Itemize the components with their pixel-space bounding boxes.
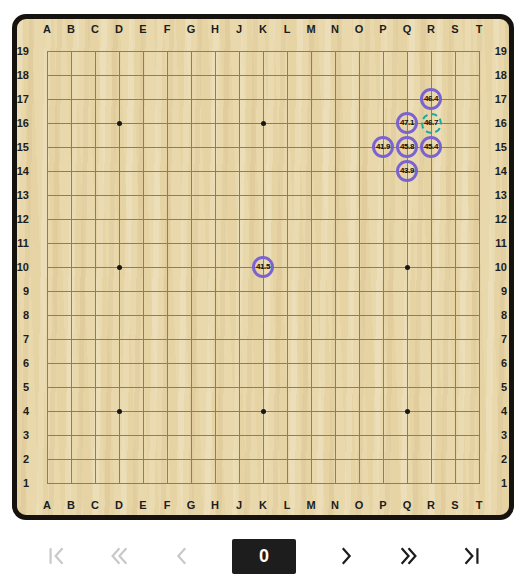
board-intersection[interactable] (323, 399, 347, 423)
board-intersection[interactable] (59, 375, 83, 399)
board-intersection[interactable] (467, 303, 491, 327)
board-intersection[interactable] (59, 159, 83, 183)
board-intersection[interactable] (203, 87, 227, 111)
board-intersection[interactable] (299, 255, 323, 279)
board-intersection[interactable] (443, 207, 467, 231)
board-intersection[interactable] (323, 327, 347, 351)
board-intersection[interactable] (203, 207, 227, 231)
board-intersection[interactable] (299, 471, 323, 495)
board-intersection[interactable] (275, 39, 299, 63)
board-intersection[interactable] (83, 183, 107, 207)
board-intersection[interactable] (467, 423, 491, 447)
board-intersection[interactable] (467, 447, 491, 471)
board-intersection[interactable] (251, 375, 275, 399)
board-intersection[interactable] (347, 303, 371, 327)
board-intersection[interactable] (179, 447, 203, 471)
board-intersection[interactable] (419, 399, 443, 423)
board-intersection[interactable] (419, 327, 443, 351)
board-intersection[interactable] (155, 207, 179, 231)
board-intersection[interactable] (323, 303, 347, 327)
step-back-button[interactable] (170, 544, 194, 568)
board-intersection[interactable] (203, 135, 227, 159)
board-intersection[interactable] (131, 183, 155, 207)
board-intersection[interactable] (155, 351, 179, 375)
board-intersection[interactable] (395, 63, 419, 87)
board-intersection[interactable] (83, 303, 107, 327)
board-intersection[interactable] (443, 183, 467, 207)
board-intersection[interactable] (443, 279, 467, 303)
board-intersection[interactable] (371, 303, 395, 327)
board-intersection[interactable] (395, 471, 419, 495)
board-intersection[interactable] (347, 351, 371, 375)
board-intersection[interactable] (83, 159, 107, 183)
board-intersection[interactable] (59, 135, 83, 159)
board-intersection[interactable] (155, 63, 179, 87)
board-intersection[interactable] (443, 471, 467, 495)
board-intersection[interactable] (227, 159, 251, 183)
board-intersection[interactable] (323, 351, 347, 375)
board-intersection[interactable] (347, 87, 371, 111)
board-intersection[interactable] (155, 183, 179, 207)
board-intersection[interactable] (443, 87, 467, 111)
board-intersection[interactable] (275, 447, 299, 471)
board-intersection[interactable] (299, 327, 323, 351)
board-intersection[interactable] (179, 471, 203, 495)
board-intersection[interactable] (347, 447, 371, 471)
board-intersection[interactable] (371, 375, 395, 399)
board-intersection[interactable] (59, 255, 83, 279)
board-intersection[interactable] (347, 423, 371, 447)
board-intersection[interactable] (179, 135, 203, 159)
board-intersection[interactable] (371, 231, 395, 255)
board-intersection[interactable] (323, 135, 347, 159)
board-intersection[interactable] (59, 111, 83, 135)
board-intersection[interactable] (227, 39, 251, 63)
board-intersection[interactable] (395, 303, 419, 327)
board-intersection[interactable] (179, 63, 203, 87)
board-intersection[interactable] (227, 63, 251, 87)
board-intersection[interactable] (35, 447, 59, 471)
board-intersection[interactable] (275, 351, 299, 375)
board-intersection[interactable] (131, 279, 155, 303)
board-intersection[interactable] (179, 399, 203, 423)
board-intersection[interactable] (83, 375, 107, 399)
board-intersection[interactable] (275, 399, 299, 423)
board-intersection[interactable] (251, 399, 275, 423)
board-intersection[interactable] (107, 231, 131, 255)
board-intersection[interactable] (371, 87, 395, 111)
board-intersection[interactable] (443, 447, 467, 471)
board-intersection[interactable] (323, 447, 347, 471)
board-intersection[interactable] (179, 231, 203, 255)
board-intersection[interactable] (299, 399, 323, 423)
board-intersection[interactable] (419, 39, 443, 63)
board-intersection[interactable] (323, 423, 347, 447)
board-intersection[interactable] (203, 327, 227, 351)
board-intersection[interactable] (467, 231, 491, 255)
board-intersection[interactable] (275, 471, 299, 495)
board-intersection[interactable] (179, 159, 203, 183)
board-intersection[interactable] (155, 399, 179, 423)
board-intersection[interactable] (299, 303, 323, 327)
board-intersection[interactable] (419, 447, 443, 471)
board-intersection[interactable] (155, 423, 179, 447)
board-intersection[interactable] (59, 39, 83, 63)
candidate-move[interactable]: 45.8 (396, 136, 418, 158)
board-intersection[interactable] (419, 351, 443, 375)
board-intersection[interactable] (203, 111, 227, 135)
board-intersection[interactable] (131, 255, 155, 279)
board-intersection[interactable] (275, 303, 299, 327)
board-intersection[interactable] (107, 327, 131, 351)
board-intersection[interactable] (467, 207, 491, 231)
board-intersection[interactable] (155, 231, 179, 255)
fast-forward-button[interactable] (397, 544, 421, 568)
board-intersection[interactable] (107, 63, 131, 87)
board-intersection[interactable] (83, 231, 107, 255)
board-intersection[interactable] (155, 327, 179, 351)
board-intersection[interactable] (443, 327, 467, 351)
board-intersection[interactable] (419, 255, 443, 279)
board-intersection[interactable] (35, 303, 59, 327)
board-intersection[interactable] (227, 135, 251, 159)
board-intersection[interactable] (299, 207, 323, 231)
board-intersection[interactable] (299, 39, 323, 63)
board-intersection[interactable] (203, 303, 227, 327)
board-intersection[interactable] (347, 471, 371, 495)
board-intersection[interactable] (395, 87, 419, 111)
board-intersection[interactable] (299, 159, 323, 183)
board-intersection[interactable] (83, 39, 107, 63)
board-intersection[interactable] (83, 279, 107, 303)
board-intersection[interactable] (59, 231, 83, 255)
board-intersection[interactable] (371, 255, 395, 279)
board-intersection[interactable] (107, 279, 131, 303)
board-intersection[interactable] (131, 303, 155, 327)
board-intersection[interactable] (323, 279, 347, 303)
board-intersection[interactable] (323, 111, 347, 135)
board-intersection[interactable] (131, 111, 155, 135)
board-intersection[interactable] (35, 471, 59, 495)
board-intersection[interactable] (275, 111, 299, 135)
board-intersection[interactable] (251, 423, 275, 447)
board-intersection[interactable] (395, 255, 419, 279)
board-intersection[interactable] (107, 423, 131, 447)
candidate-move[interactable]: 43.9 (396, 160, 418, 182)
board-intersection[interactable] (299, 135, 323, 159)
board-intersection[interactable] (203, 447, 227, 471)
board-intersection[interactable] (275, 159, 299, 183)
board-intersection[interactable] (323, 87, 347, 111)
board-intersection[interactable] (35, 183, 59, 207)
board-intersection[interactable] (155, 39, 179, 63)
candidate-move[interactable]: 47.1 (396, 112, 418, 134)
board-intersection[interactable] (131, 63, 155, 87)
board-intersection[interactable] (203, 231, 227, 255)
board-intersection[interactable] (371, 207, 395, 231)
board-intersection[interactable] (275, 255, 299, 279)
board-intersection[interactable] (35, 39, 59, 63)
board-intersection[interactable] (203, 183, 227, 207)
board-intersection[interactable] (419, 207, 443, 231)
board-intersection[interactable] (299, 375, 323, 399)
board-intersection[interactable] (275, 231, 299, 255)
board-intersection[interactable] (59, 207, 83, 231)
board-intersection[interactable] (443, 351, 467, 375)
board-intersection[interactable] (179, 39, 203, 63)
board-intersection[interactable] (59, 351, 83, 375)
board-intersection[interactable] (35, 135, 59, 159)
board-intersection[interactable] (203, 159, 227, 183)
board-intersection[interactable] (395, 399, 419, 423)
board-intersection[interactable] (347, 111, 371, 135)
board-intersection[interactable] (155, 471, 179, 495)
board-intersection[interactable] (203, 279, 227, 303)
board-intersection[interactable] (323, 183, 347, 207)
board-intersection[interactable] (371, 447, 395, 471)
board-intersection[interactable] (155, 135, 179, 159)
board-intersection[interactable] (419, 279, 443, 303)
board-intersection[interactable] (59, 399, 83, 423)
board-intersection[interactable] (35, 423, 59, 447)
board-intersection[interactable] (203, 423, 227, 447)
board-intersection[interactable] (467, 87, 491, 111)
board-intersection[interactable] (35, 111, 59, 135)
board-intersection[interactable] (83, 471, 107, 495)
board-intersection[interactable] (371, 39, 395, 63)
board-intersection[interactable] (83, 87, 107, 111)
board-intersection[interactable] (227, 423, 251, 447)
board-intersection[interactable] (227, 447, 251, 471)
board-intersection[interactable] (203, 39, 227, 63)
board-intersection[interactable] (107, 207, 131, 231)
board-intersection[interactable] (443, 111, 467, 135)
board-intersection[interactable] (275, 135, 299, 159)
board-intersection[interactable] (323, 159, 347, 183)
skip-to-start-button[interactable] (45, 544, 69, 568)
board-intersection[interactable] (251, 447, 275, 471)
board-intersection[interactable] (371, 63, 395, 87)
board-intersection[interactable] (419, 471, 443, 495)
board-intersection[interactable] (395, 351, 419, 375)
board-intersection[interactable] (227, 111, 251, 135)
board-intersection[interactable] (299, 447, 323, 471)
board-intersection[interactable] (179, 255, 203, 279)
board-intersection[interactable] (251, 207, 275, 231)
board-intersection[interactable] (83, 351, 107, 375)
board-intersection[interactable] (347, 159, 371, 183)
board-intersection[interactable] (395, 375, 419, 399)
fast-rewind-button[interactable] (107, 544, 131, 568)
board-intersection[interactable] (155, 159, 179, 183)
board-intersection[interactable] (131, 423, 155, 447)
board-intersection[interactable] (83, 255, 107, 279)
board-intersection[interactable] (395, 183, 419, 207)
board-intersection[interactable] (251, 135, 275, 159)
board-intersection[interactable] (251, 471, 275, 495)
board-intersection[interactable] (251, 303, 275, 327)
board-intersection[interactable] (35, 375, 59, 399)
board-intersection[interactable] (227, 303, 251, 327)
board-intersection[interactable] (203, 351, 227, 375)
board-intersection[interactable] (83, 399, 107, 423)
board-intersection[interactable] (371, 471, 395, 495)
board-intersection[interactable] (371, 111, 395, 135)
board-intersection[interactable] (35, 279, 59, 303)
board-intersection[interactable] (323, 39, 347, 63)
board-intersection[interactable] (131, 159, 155, 183)
board-intersection[interactable] (275, 87, 299, 111)
board-intersection[interactable] (467, 399, 491, 423)
board-intersection[interactable] (107, 303, 131, 327)
board-intersection[interactable] (395, 39, 419, 63)
board-intersection[interactable] (35, 231, 59, 255)
board-intersection[interactable] (467, 279, 491, 303)
board-intersection[interactable] (83, 207, 107, 231)
board-intersection[interactable] (35, 159, 59, 183)
board-intersection[interactable] (371, 279, 395, 303)
board-intersection[interactable] (395, 327, 419, 351)
board-intersection[interactable] (443, 39, 467, 63)
board-intersection[interactable] (323, 207, 347, 231)
board-intersection[interactable] (347, 375, 371, 399)
board-intersection[interactable] (179, 279, 203, 303)
board-intersection[interactable] (395, 447, 419, 471)
board-intersection[interactable] (251, 351, 275, 375)
board-intersection[interactable] (131, 351, 155, 375)
board-intersection[interactable] (131, 399, 155, 423)
board-intersection[interactable] (467, 135, 491, 159)
board-intersection[interactable] (59, 303, 83, 327)
board-intersection[interactable] (179, 183, 203, 207)
board-intersection[interactable] (59, 87, 83, 111)
candidate-move[interactable]: 46.7 (421, 113, 442, 134)
board-intersection[interactable] (227, 471, 251, 495)
board-intersection[interactable] (131, 447, 155, 471)
board-intersection[interactable] (131, 207, 155, 231)
board-intersection[interactable] (395, 207, 419, 231)
board-intersection[interactable] (155, 111, 179, 135)
candidate-move[interactable]: 41.5 (252, 256, 274, 278)
board-intersection[interactable] (323, 471, 347, 495)
board-intersection[interactable] (227, 183, 251, 207)
board-intersection[interactable] (347, 183, 371, 207)
skip-to-end-button[interactable] (459, 544, 483, 568)
board-intersection[interactable] (59, 63, 83, 87)
board-intersection[interactable] (371, 183, 395, 207)
board-intersection[interactable] (443, 231, 467, 255)
board-intersection[interactable] (35, 399, 59, 423)
board-intersection[interactable] (179, 327, 203, 351)
board-intersection[interactable] (443, 423, 467, 447)
board-intersection[interactable] (443, 303, 467, 327)
board-intersection[interactable] (467, 183, 491, 207)
board-intersection[interactable] (275, 375, 299, 399)
board-intersection[interactable] (59, 447, 83, 471)
board-intersection[interactable] (467, 111, 491, 135)
candidate-move[interactable]: 46.4 (420, 88, 442, 110)
board-intersection[interactable] (155, 255, 179, 279)
board-intersection[interactable] (107, 159, 131, 183)
board-intersection[interactable] (275, 327, 299, 351)
board-intersection[interactable] (131, 231, 155, 255)
board-intersection[interactable] (395, 423, 419, 447)
board-intersection[interactable] (227, 327, 251, 351)
board-intersection[interactable] (467, 159, 491, 183)
board-intersection[interactable] (419, 375, 443, 399)
board-intersection[interactable] (131, 87, 155, 111)
board-intersection[interactable] (443, 63, 467, 87)
board-intersection[interactable] (371, 159, 395, 183)
board-intersection[interactable] (107, 39, 131, 63)
board-intersection[interactable] (179, 375, 203, 399)
board-intersection[interactable] (83, 447, 107, 471)
board-intersection[interactable] (59, 183, 83, 207)
board-intersection[interactable] (35, 351, 59, 375)
board-intersection[interactable] (443, 159, 467, 183)
board-intersection[interactable] (107, 351, 131, 375)
candidate-move[interactable]: 45.4 (420, 136, 442, 158)
board-intersection[interactable] (227, 279, 251, 303)
board-intersection[interactable] (131, 471, 155, 495)
board-intersection[interactable] (467, 63, 491, 87)
board-intersection[interactable] (83, 135, 107, 159)
board-intersection[interactable] (395, 231, 419, 255)
board-intersection[interactable] (299, 423, 323, 447)
board-intersection[interactable] (179, 207, 203, 231)
board-intersection[interactable] (155, 375, 179, 399)
board-intersection[interactable] (251, 63, 275, 87)
board-intersection[interactable] (155, 87, 179, 111)
board-intersection[interactable] (419, 303, 443, 327)
board-intersection[interactable] (83, 111, 107, 135)
board-intersection[interactable] (59, 327, 83, 351)
board-intersection[interactable] (107, 255, 131, 279)
board-intersection[interactable] (371, 327, 395, 351)
board-intersection[interactable] (347, 39, 371, 63)
board-intersection[interactable] (275, 279, 299, 303)
board-intersection[interactable] (35, 207, 59, 231)
board-intersection[interactable] (155, 447, 179, 471)
board-intersection[interactable] (443, 375, 467, 399)
board-intersection[interactable] (203, 399, 227, 423)
candidate-move[interactable]: 41.9 (372, 136, 394, 158)
board-intersection[interactable] (227, 231, 251, 255)
board-intersection[interactable] (131, 135, 155, 159)
board-intersection[interactable] (299, 231, 323, 255)
board-intersection[interactable] (299, 183, 323, 207)
board-intersection[interactable] (347, 231, 371, 255)
board-intersection[interactable] (467, 375, 491, 399)
board-intersection[interactable] (203, 375, 227, 399)
board-intersection[interactable] (467, 327, 491, 351)
board-intersection[interactable] (131, 327, 155, 351)
board-intersection[interactable] (59, 279, 83, 303)
board-intersection[interactable] (467, 39, 491, 63)
board-intersection[interactable] (179, 423, 203, 447)
board-intersection[interactable] (467, 471, 491, 495)
board-intersection[interactable] (131, 39, 155, 63)
board-intersection[interactable] (395, 279, 419, 303)
board-intersection[interactable] (347, 135, 371, 159)
board-intersection[interactable] (107, 87, 131, 111)
board-intersection[interactable] (347, 255, 371, 279)
board-intersection[interactable] (323, 63, 347, 87)
move-counter[interactable]: 0 (232, 539, 296, 574)
board-intersection[interactable] (347, 399, 371, 423)
board-intersection[interactable] (251, 183, 275, 207)
board-intersection[interactable] (203, 471, 227, 495)
